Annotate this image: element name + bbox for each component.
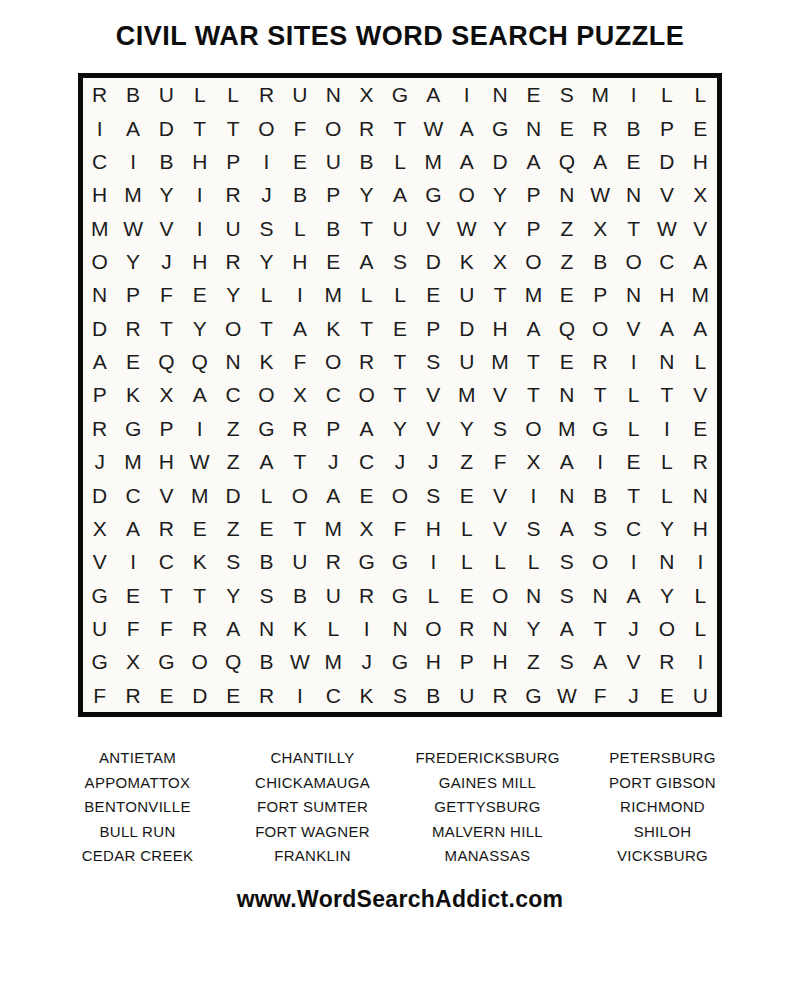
- grid-cell[interactable]: I: [617, 78, 650, 111]
- grid-cell[interactable]: C: [216, 378, 249, 411]
- grid-cell[interactable]: E: [550, 345, 583, 378]
- grid-cell[interactable]: B: [417, 679, 450, 712]
- grid-cell[interactable]: V: [150, 211, 183, 244]
- grid-cell[interactable]: X: [150, 378, 183, 411]
- grid-cell[interactable]: O: [517, 245, 550, 278]
- grid-cell[interactable]: K: [183, 545, 216, 578]
- grid-cell[interactable]: U: [283, 78, 316, 111]
- grid-cell[interactable]: G: [517, 679, 550, 712]
- grid-cell[interactable]: Y: [150, 178, 183, 211]
- grid-cell[interactable]: M: [517, 278, 550, 311]
- grid-cell[interactable]: L: [650, 478, 683, 511]
- grid-cell[interactable]: C: [150, 545, 183, 578]
- grid-cell[interactable]: F: [483, 445, 516, 478]
- grid-cell[interactable]: V: [650, 178, 683, 211]
- grid-cell[interactable]: W: [450, 211, 483, 244]
- grid-cell[interactable]: Z: [216, 512, 249, 545]
- grid-cell[interactable]: Q: [550, 312, 583, 345]
- grid-cell[interactable]: X: [350, 78, 383, 111]
- grid-cell[interactable]: L: [450, 545, 483, 578]
- grid-cell[interactable]: R: [250, 679, 283, 712]
- grid-cell[interactable]: E: [684, 111, 717, 144]
- grid-cell[interactable]: L: [250, 478, 283, 511]
- grid-cell[interactable]: L: [617, 378, 650, 411]
- grid-cell[interactable]: B: [317, 211, 350, 244]
- grid-cell[interactable]: C: [650, 245, 683, 278]
- grid-cell[interactable]: E: [183, 278, 216, 311]
- grid-cell[interactable]: N: [617, 178, 650, 211]
- grid-cell[interactable]: X: [584, 211, 617, 244]
- grid-cell[interactable]: Z: [216, 445, 249, 478]
- grid-cell[interactable]: S: [550, 579, 583, 612]
- grid-cell[interactable]: I: [116, 545, 149, 578]
- grid-cell[interactable]: H: [417, 645, 450, 678]
- grid-cell[interactable]: I: [417, 545, 450, 578]
- grid-cell[interactable]: A: [116, 111, 149, 144]
- grid-cell[interactable]: S: [550, 78, 583, 111]
- grid-cell[interactable]: R: [684, 445, 717, 478]
- grid-cell[interactable]: R: [317, 545, 350, 578]
- grid-cell[interactable]: L: [650, 78, 683, 111]
- grid-cell[interactable]: L: [383, 145, 416, 178]
- grid-cell[interactable]: I: [684, 545, 717, 578]
- grid-cell[interactable]: P: [517, 178, 550, 211]
- grid-cell[interactable]: E: [517, 78, 550, 111]
- grid-cell[interactable]: Y: [216, 579, 249, 612]
- grid-cell[interactable]: L: [383, 278, 416, 311]
- grid-cell[interactable]: G: [483, 111, 516, 144]
- grid-cell[interactable]: D: [83, 478, 116, 511]
- grid-cell[interactable]: A: [684, 245, 717, 278]
- grid-cell[interactable]: H: [684, 145, 717, 178]
- grid-cell[interactable]: A: [450, 111, 483, 144]
- grid-cell[interactable]: J: [383, 445, 416, 478]
- grid-cell[interactable]: M: [684, 278, 717, 311]
- grid-cell[interactable]: T: [383, 378, 416, 411]
- grid-cell[interactable]: X: [116, 645, 149, 678]
- grid-cell[interactable]: R: [83, 78, 116, 111]
- grid-cell[interactable]: J: [317, 445, 350, 478]
- grid-cell[interactable]: W: [650, 211, 683, 244]
- grid-cell[interactable]: S: [550, 645, 583, 678]
- grid-cell[interactable]: E: [116, 579, 149, 612]
- grid-cell[interactable]: B: [250, 645, 283, 678]
- grid-cell[interactable]: C: [83, 145, 116, 178]
- grid-cell[interactable]: D: [83, 312, 116, 345]
- grid-cell[interactable]: J: [150, 245, 183, 278]
- grid-cell[interactable]: S: [216, 545, 249, 578]
- grid-cell[interactable]: I: [83, 111, 116, 144]
- grid-cell[interactable]: M: [317, 512, 350, 545]
- grid-cell[interactable]: A: [83, 345, 116, 378]
- grid-cell[interactable]: F: [150, 612, 183, 645]
- grid-cell[interactable]: V: [483, 512, 516, 545]
- grid-cell[interactable]: B: [283, 579, 316, 612]
- grid-cell[interactable]: O: [383, 478, 416, 511]
- grid-cell[interactable]: L: [617, 412, 650, 445]
- grid-cell[interactable]: E: [317, 245, 350, 278]
- grid-cell[interactable]: O: [250, 111, 283, 144]
- grid-cell[interactable]: E: [617, 145, 650, 178]
- grid-cell[interactable]: O: [584, 312, 617, 345]
- grid-cell[interactable]: P: [450, 645, 483, 678]
- grid-cell[interactable]: U: [684, 679, 717, 712]
- grid-cell[interactable]: I: [183, 412, 216, 445]
- grid-cell[interactable]: X: [350, 512, 383, 545]
- grid-cell[interactable]: F: [116, 612, 149, 645]
- grid-cell[interactable]: N: [216, 345, 249, 378]
- grid-cell[interactable]: D: [216, 478, 249, 511]
- grid-cell[interactable]: S: [250, 579, 283, 612]
- grid-cell[interactable]: D: [417, 245, 450, 278]
- grid-cell[interactable]: O: [183, 645, 216, 678]
- grid-cell[interactable]: W: [550, 679, 583, 712]
- grid-cell[interactable]: R: [250, 78, 283, 111]
- grid-cell[interactable]: T: [350, 211, 383, 244]
- grid-cell[interactable]: V: [150, 478, 183, 511]
- grid-cell[interactable]: E: [183, 512, 216, 545]
- grid-cell[interactable]: F: [83, 679, 116, 712]
- grid-cell[interactable]: G: [83, 645, 116, 678]
- grid-cell[interactable]: L: [283, 211, 316, 244]
- grid-cell[interactable]: Y: [650, 579, 683, 612]
- grid-cell[interactable]: N: [650, 345, 683, 378]
- grid-cell[interactable]: U: [383, 211, 416, 244]
- grid-cell[interactable]: G: [584, 412, 617, 445]
- grid-cell[interactable]: L: [684, 345, 717, 378]
- grid-cell[interactable]: Q: [550, 145, 583, 178]
- grid-cell[interactable]: V: [417, 412, 450, 445]
- grid-cell[interactable]: A: [450, 145, 483, 178]
- grid-cell[interactable]: E: [150, 679, 183, 712]
- grid-cell[interactable]: H: [417, 512, 450, 545]
- grid-cell[interactable]: R: [483, 679, 516, 712]
- grid-cell[interactable]: E: [417, 278, 450, 311]
- grid-cell[interactable]: R: [150, 512, 183, 545]
- grid-cell[interactable]: A: [550, 612, 583, 645]
- grid-cell[interactable]: S: [417, 478, 450, 511]
- grid-cell[interactable]: M: [116, 178, 149, 211]
- grid-cell[interactable]: H: [483, 312, 516, 345]
- grid-cell[interactable]: D: [150, 111, 183, 144]
- grid-cell[interactable]: F: [283, 345, 316, 378]
- grid-cell[interactable]: O: [317, 345, 350, 378]
- grid-cell[interactable]: V: [83, 545, 116, 578]
- grid-cell[interactable]: S: [383, 245, 416, 278]
- grid-cell[interactable]: O: [517, 412, 550, 445]
- grid-cell[interactable]: R: [584, 111, 617, 144]
- grid-cell[interactable]: T: [150, 312, 183, 345]
- grid-cell[interactable]: O: [417, 612, 450, 645]
- grid-cell[interactable]: Y: [483, 211, 516, 244]
- grid-cell[interactable]: A: [350, 412, 383, 445]
- grid-cell[interactable]: S: [417, 345, 450, 378]
- grid-cell[interactable]: V: [617, 312, 650, 345]
- grid-cell[interactable]: X: [684, 178, 717, 211]
- grid-cell[interactable]: K: [283, 612, 316, 645]
- grid-cell[interactable]: K: [450, 245, 483, 278]
- grid-cell[interactable]: O: [250, 378, 283, 411]
- grid-cell[interactable]: L: [517, 545, 550, 578]
- grid-cell[interactable]: A: [684, 312, 717, 345]
- grid-cell[interactable]: L: [250, 278, 283, 311]
- grid-cell[interactable]: U: [450, 345, 483, 378]
- grid-cell[interactable]: J: [350, 645, 383, 678]
- grid-cell[interactable]: P: [317, 178, 350, 211]
- grid-cell[interactable]: R: [350, 111, 383, 144]
- grid-cell[interactable]: Y: [450, 412, 483, 445]
- grid-cell[interactable]: B: [584, 478, 617, 511]
- grid-cell[interactable]: N: [550, 478, 583, 511]
- grid-cell[interactable]: Z: [517, 645, 550, 678]
- grid-cell[interactable]: G: [150, 645, 183, 678]
- grid-cell[interactable]: K: [116, 378, 149, 411]
- grid-cell[interactable]: I: [650, 412, 683, 445]
- grid-cell[interactable]: T: [617, 478, 650, 511]
- grid-cell[interactable]: C: [350, 445, 383, 478]
- grid-cell[interactable]: P: [517, 211, 550, 244]
- grid-cell[interactable]: V: [483, 478, 516, 511]
- grid-cell[interactable]: X: [283, 378, 316, 411]
- grid-cell[interactable]: T: [216, 111, 249, 144]
- grid-cell[interactable]: H: [150, 445, 183, 478]
- grid-cell[interactable]: H: [483, 645, 516, 678]
- grid-cell[interactable]: T: [183, 111, 216, 144]
- grid-cell[interactable]: R: [350, 345, 383, 378]
- grid-cell[interactable]: W: [116, 211, 149, 244]
- grid-cell[interactable]: T: [150, 579, 183, 612]
- grid-cell[interactable]: P: [417, 312, 450, 345]
- grid-cell[interactable]: H: [183, 245, 216, 278]
- grid-cell[interactable]: T: [350, 312, 383, 345]
- grid-cell[interactable]: W: [417, 111, 450, 144]
- grid-cell[interactable]: B: [150, 145, 183, 178]
- grid-cell[interactable]: R: [116, 312, 149, 345]
- grid-cell[interactable]: Z: [216, 412, 249, 445]
- grid-cell[interactable]: E: [250, 512, 283, 545]
- grid-cell[interactable]: J: [417, 445, 450, 478]
- grid-cell[interactable]: N: [517, 579, 550, 612]
- grid-cell[interactable]: V: [684, 211, 717, 244]
- grid-cell[interactable]: T: [383, 111, 416, 144]
- grid-cell[interactable]: M: [183, 478, 216, 511]
- grid-cell[interactable]: A: [383, 178, 416, 211]
- grid-cell[interactable]: T: [383, 345, 416, 378]
- grid-cell[interactable]: C: [317, 378, 350, 411]
- grid-cell[interactable]: I: [450, 78, 483, 111]
- grid-cell[interactable]: T: [584, 378, 617, 411]
- grid-cell[interactable]: N: [483, 78, 516, 111]
- grid-cell[interactable]: O: [317, 111, 350, 144]
- grid-cell[interactable]: L: [684, 579, 717, 612]
- grid-cell[interactable]: G: [383, 78, 416, 111]
- grid-cell[interactable]: G: [350, 545, 383, 578]
- grid-cell[interactable]: V: [417, 211, 450, 244]
- grid-cell[interactable]: T: [650, 378, 683, 411]
- grid-cell[interactable]: N: [383, 612, 416, 645]
- grid-cell[interactable]: B: [250, 545, 283, 578]
- grid-cell[interactable]: S: [550, 545, 583, 578]
- grid-cell[interactable]: F: [584, 679, 617, 712]
- grid-cell[interactable]: M: [550, 412, 583, 445]
- grid-cell[interactable]: B: [283, 178, 316, 211]
- grid-cell[interactable]: G: [250, 412, 283, 445]
- grid-cell[interactable]: R: [116, 679, 149, 712]
- grid-cell[interactable]: L: [684, 612, 717, 645]
- grid-cell[interactable]: M: [417, 145, 450, 178]
- grid-cell[interactable]: E: [450, 478, 483, 511]
- grid-cell[interactable]: U: [283, 545, 316, 578]
- grid-cell[interactable]: M: [317, 278, 350, 311]
- grid-cell[interactable]: Y: [650, 512, 683, 545]
- grid-cell[interactable]: E: [550, 278, 583, 311]
- grid-cell[interactable]: N: [483, 612, 516, 645]
- grid-cell[interactable]: G: [383, 645, 416, 678]
- grid-cell[interactable]: R: [584, 345, 617, 378]
- grid-cell[interactable]: I: [183, 178, 216, 211]
- grid-cell[interactable]: N: [317, 78, 350, 111]
- grid-cell[interactable]: E: [216, 679, 249, 712]
- grid-cell[interactable]: G: [83, 579, 116, 612]
- grid-cell[interactable]: C: [617, 512, 650, 545]
- grid-cell[interactable]: F: [283, 111, 316, 144]
- grid-cell[interactable]: X: [483, 245, 516, 278]
- grid-cell[interactable]: M: [483, 345, 516, 378]
- grid-cell[interactable]: L: [317, 612, 350, 645]
- grid-cell[interactable]: K: [350, 679, 383, 712]
- grid-cell[interactable]: A: [550, 512, 583, 545]
- grid-cell[interactable]: I: [183, 211, 216, 244]
- grid-cell[interactable]: I: [617, 345, 650, 378]
- grid-cell[interactable]: T: [483, 278, 516, 311]
- grid-cell[interactable]: I: [283, 679, 316, 712]
- grid-cell[interactable]: R: [650, 645, 683, 678]
- grid-cell[interactable]: O: [283, 478, 316, 511]
- grid-cell[interactable]: N: [650, 545, 683, 578]
- grid-cell[interactable]: K: [250, 345, 283, 378]
- grid-cell[interactable]: B: [617, 111, 650, 144]
- grid-cell[interactable]: T: [283, 512, 316, 545]
- grid-cell[interactable]: D: [183, 679, 216, 712]
- grid-cell[interactable]: H: [283, 245, 316, 278]
- grid-cell[interactable]: N: [250, 612, 283, 645]
- grid-cell[interactable]: X: [83, 512, 116, 545]
- grid-cell[interactable]: N: [684, 478, 717, 511]
- grid-cell[interactable]: N: [550, 378, 583, 411]
- grid-cell[interactable]: L: [183, 78, 216, 111]
- grid-cell[interactable]: G: [417, 178, 450, 211]
- grid-cell[interactable]: R: [83, 412, 116, 445]
- grid-cell[interactable]: P: [650, 111, 683, 144]
- grid-cell[interactable]: I: [617, 545, 650, 578]
- grid-cell[interactable]: K: [317, 312, 350, 345]
- grid-cell[interactable]: Y: [350, 178, 383, 211]
- grid-cell[interactable]: P: [150, 412, 183, 445]
- grid-cell[interactable]: A: [350, 245, 383, 278]
- grid-cell[interactable]: I: [116, 145, 149, 178]
- grid-cell[interactable]: R: [216, 245, 249, 278]
- grid-cell[interactable]: E: [383, 312, 416, 345]
- grid-cell[interactable]: S: [517, 512, 550, 545]
- grid-cell[interactable]: O: [216, 312, 249, 345]
- grid-cell[interactable]: O: [617, 245, 650, 278]
- grid-cell[interactable]: Q: [183, 345, 216, 378]
- grid-cell[interactable]: J: [250, 178, 283, 211]
- grid-cell[interactable]: T: [584, 612, 617, 645]
- grid-cell[interactable]: W: [183, 445, 216, 478]
- grid-cell[interactable]: O: [584, 545, 617, 578]
- grid-cell[interactable]: P: [116, 278, 149, 311]
- grid-cell[interactable]: I: [517, 478, 550, 511]
- grid-cell[interactable]: L: [483, 545, 516, 578]
- grid-cell[interactable]: A: [550, 445, 583, 478]
- grid-cell[interactable]: F: [383, 512, 416, 545]
- grid-cell[interactable]: J: [83, 445, 116, 478]
- grid-cell[interactable]: R: [183, 612, 216, 645]
- grid-cell[interactable]: U: [450, 278, 483, 311]
- grid-cell[interactable]: N: [584, 579, 617, 612]
- grid-cell[interactable]: P: [83, 378, 116, 411]
- grid-cell[interactable]: U: [216, 211, 249, 244]
- grid-cell[interactable]: O: [650, 612, 683, 645]
- grid-cell[interactable]: C: [116, 478, 149, 511]
- grid-cell[interactable]: H: [684, 512, 717, 545]
- grid-cell[interactable]: M: [317, 645, 350, 678]
- grid-cell[interactable]: O: [83, 245, 116, 278]
- grid-cell[interactable]: E: [283, 145, 316, 178]
- grid-cell[interactable]: I: [283, 278, 316, 311]
- grid-cell[interactable]: A: [650, 312, 683, 345]
- grid-cell[interactable]: A: [417, 78, 450, 111]
- grid-cell[interactable]: W: [283, 645, 316, 678]
- grid-cell[interactable]: D: [483, 145, 516, 178]
- grid-cell[interactable]: Z: [450, 445, 483, 478]
- grid-cell[interactable]: T: [517, 378, 550, 411]
- grid-cell[interactable]: A: [317, 478, 350, 511]
- grid-cell[interactable]: A: [517, 145, 550, 178]
- grid-cell[interactable]: I: [584, 445, 617, 478]
- grid-cell[interactable]: Q: [216, 645, 249, 678]
- grid-cell[interactable]: Z: [550, 211, 583, 244]
- grid-cell[interactable]: Y: [216, 278, 249, 311]
- grid-cell[interactable]: I: [684, 645, 717, 678]
- grid-cell[interactable]: L: [417, 579, 450, 612]
- grid-cell[interactable]: A: [584, 645, 617, 678]
- grid-cell[interactable]: G: [116, 412, 149, 445]
- grid-cell[interactable]: F: [150, 278, 183, 311]
- grid-cell[interactable]: E: [617, 445, 650, 478]
- grid-cell[interactable]: A: [116, 512, 149, 545]
- grid-cell[interactable]: P: [584, 278, 617, 311]
- grid-cell[interactable]: L: [650, 445, 683, 478]
- grid-cell[interactable]: B: [584, 245, 617, 278]
- grid-cell[interactable]: S: [383, 679, 416, 712]
- grid-cell[interactable]: B: [350, 145, 383, 178]
- grid-cell[interactable]: O: [450, 178, 483, 211]
- grid-cell[interactable]: T: [617, 211, 650, 244]
- grid-cell[interactable]: D: [650, 145, 683, 178]
- grid-cell[interactable]: J: [617, 612, 650, 645]
- grid-cell[interactable]: N: [83, 278, 116, 311]
- grid-cell[interactable]: N: [550, 178, 583, 211]
- grid-cell[interactable]: J: [617, 679, 650, 712]
- grid-cell[interactable]: I: [250, 145, 283, 178]
- grid-cell[interactable]: B: [116, 78, 149, 111]
- grid-cell[interactable]: R: [350, 579, 383, 612]
- grid-cell[interactable]: M: [584, 78, 617, 111]
- grid-cell[interactable]: V: [483, 378, 516, 411]
- grid-cell[interactable]: U: [150, 78, 183, 111]
